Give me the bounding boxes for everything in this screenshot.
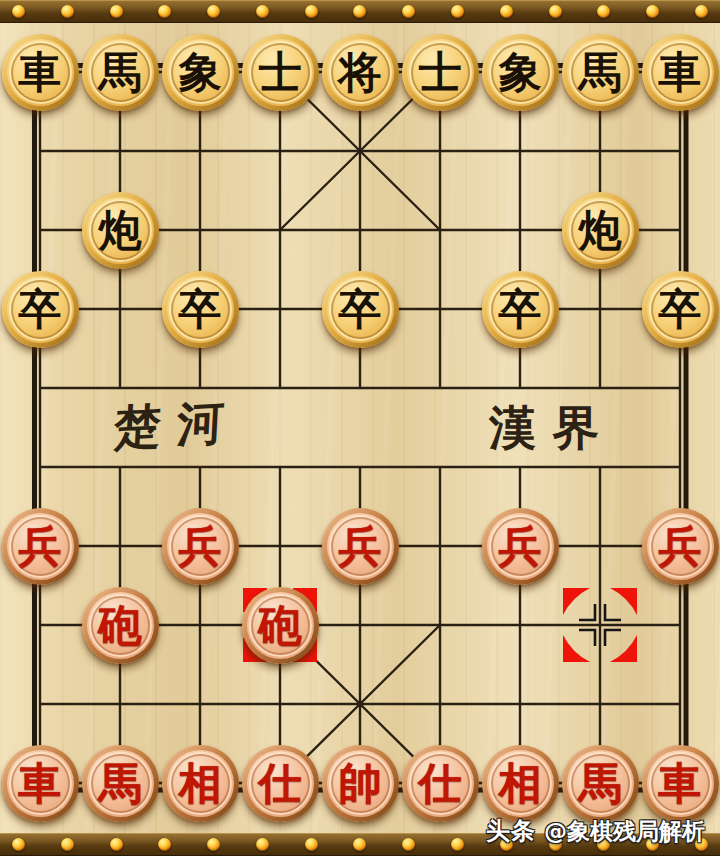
piece-glyph: 車 bbox=[7, 39, 74, 106]
piece-black-elephant[interactable]: 象 bbox=[162, 34, 239, 111]
piece-red-rook[interactable]: 車 bbox=[2, 745, 79, 822]
piece-glyph: 象 bbox=[487, 39, 554, 106]
piece-black-soldier[interactable]: 卒 bbox=[482, 271, 559, 348]
gold-stud-icon bbox=[646, 5, 659, 18]
piece-red-horse[interactable]: 馬 bbox=[82, 745, 159, 822]
gold-stud-icon bbox=[158, 838, 171, 851]
piece-glyph: 象 bbox=[167, 39, 234, 106]
gold-stud-icon bbox=[256, 838, 269, 851]
piece-black-horse[interactable]: 馬 bbox=[82, 34, 159, 111]
piece-black-rook[interactable]: 車 bbox=[642, 34, 719, 111]
piece-glyph: 卒 bbox=[167, 276, 234, 343]
piece-black-advisor[interactable]: 士 bbox=[402, 34, 479, 111]
piece-glyph: 兵 bbox=[647, 513, 714, 580]
watermark: 头条@象棋残局解析 bbox=[486, 815, 705, 847]
gold-stud-icon bbox=[12, 838, 25, 851]
piece-glyph: 兵 bbox=[7, 513, 74, 580]
piece-glyph: 馬 bbox=[87, 39, 154, 106]
piece-glyph: 車 bbox=[647, 750, 714, 817]
piece-glyph: 相 bbox=[167, 750, 234, 817]
gold-stud-icon bbox=[110, 838, 123, 851]
piece-glyph: 砲 bbox=[87, 592, 154, 659]
watermark-brand: 头条 bbox=[486, 817, 536, 845]
piece-glyph: 馬 bbox=[87, 750, 154, 817]
gold-stud-icon bbox=[353, 838, 366, 851]
piece-glyph: 馬 bbox=[567, 750, 634, 817]
piece-glyph: 士 bbox=[407, 39, 474, 106]
gold-stud-icon bbox=[451, 5, 464, 18]
gold-stud-icon bbox=[451, 838, 464, 851]
piece-black-soldier[interactable]: 卒 bbox=[322, 271, 399, 348]
gold-stud-icon bbox=[207, 838, 220, 851]
piece-glyph: 卒 bbox=[487, 276, 554, 343]
piece-glyph: 卒 bbox=[7, 276, 74, 343]
piece-glyph: 車 bbox=[647, 39, 714, 106]
gold-stud-icon bbox=[256, 5, 269, 18]
gold-stud-icon bbox=[402, 5, 415, 18]
piece-glyph: 士 bbox=[247, 39, 314, 106]
gold-stud-icon bbox=[207, 5, 220, 18]
watermark-handle: @象棋残局解析 bbox=[544, 818, 705, 844]
piece-black-elephant[interactable]: 象 bbox=[482, 34, 559, 111]
piece-red-cannon[interactable]: 砲 bbox=[242, 587, 319, 664]
pieces-layer[interactable]: 車馬象士将士象馬車炮炮卒卒卒卒卒兵兵兵兵兵砲砲車馬相仕帥仕相馬車 bbox=[0, 0, 720, 856]
piece-red-advisor[interactable]: 仕 bbox=[402, 745, 479, 822]
piece-glyph: 砲 bbox=[247, 592, 314, 659]
piece-black-rook[interactable]: 車 bbox=[2, 34, 79, 111]
piece-glyph: 兵 bbox=[327, 513, 394, 580]
gold-stud-icon bbox=[549, 5, 562, 18]
piece-glyph: 帥 bbox=[327, 750, 394, 817]
xiangqi-app: 楚河 漢界 bbox=[0, 0, 720, 856]
gold-stud-icon bbox=[695, 5, 708, 18]
piece-red-advisor[interactable]: 仕 bbox=[242, 745, 319, 822]
gold-stud-icon bbox=[597, 5, 610, 18]
piece-red-soldier[interactable]: 兵 bbox=[482, 508, 559, 585]
piece-red-soldier[interactable]: 兵 bbox=[642, 508, 719, 585]
gold-stud-icon bbox=[305, 838, 318, 851]
piece-red-soldier[interactable]: 兵 bbox=[322, 508, 399, 585]
piece-glyph: 車 bbox=[7, 750, 74, 817]
gold-stud-icon bbox=[402, 838, 415, 851]
piece-glyph: 炮 bbox=[87, 197, 154, 264]
piece-red-rook[interactable]: 車 bbox=[642, 745, 719, 822]
gold-stud-icon bbox=[500, 5, 513, 18]
piece-red-horse[interactable]: 馬 bbox=[562, 745, 639, 822]
gold-stud-icon bbox=[110, 5, 123, 18]
gold-stud-icon bbox=[61, 838, 74, 851]
piece-glyph: 卒 bbox=[327, 276, 394, 343]
piece-glyph: 仕 bbox=[407, 750, 474, 817]
piece-glyph: 馬 bbox=[567, 39, 634, 106]
piece-black-cannon[interactable]: 炮 bbox=[82, 192, 159, 269]
top-decorative-bar bbox=[0, 0, 720, 23]
gold-stud-icon bbox=[158, 5, 171, 18]
piece-red-soldier[interactable]: 兵 bbox=[162, 508, 239, 585]
piece-red-cannon[interactable]: 砲 bbox=[82, 587, 159, 664]
gold-stud-icon bbox=[12, 5, 25, 18]
piece-black-horse[interactable]: 馬 bbox=[562, 34, 639, 111]
gold-stud-icon bbox=[305, 5, 318, 18]
piece-red-elephant[interactable]: 相 bbox=[162, 745, 239, 822]
piece-black-advisor[interactable]: 士 bbox=[242, 34, 319, 111]
piece-glyph: 相 bbox=[487, 750, 554, 817]
piece-black-soldier[interactable]: 卒 bbox=[642, 271, 719, 348]
gold-stud-icon bbox=[61, 5, 74, 18]
piece-black-cannon[interactable]: 炮 bbox=[562, 192, 639, 269]
piece-black-general[interactable]: 将 bbox=[322, 34, 399, 111]
piece-glyph: 兵 bbox=[487, 513, 554, 580]
gold-stud-icon bbox=[353, 5, 366, 18]
piece-red-general[interactable]: 帥 bbox=[322, 745, 399, 822]
piece-glyph: 将 bbox=[327, 39, 394, 106]
piece-glyph: 仕 bbox=[247, 750, 314, 817]
piece-glyph: 兵 bbox=[167, 513, 234, 580]
piece-red-soldier[interactable]: 兵 bbox=[2, 508, 79, 585]
piece-glyph: 炮 bbox=[567, 197, 634, 264]
piece-red-elephant[interactable]: 相 bbox=[482, 745, 559, 822]
piece-glyph: 卒 bbox=[647, 276, 714, 343]
piece-black-soldier[interactable]: 卒 bbox=[2, 271, 79, 348]
piece-black-soldier[interactable]: 卒 bbox=[162, 271, 239, 348]
